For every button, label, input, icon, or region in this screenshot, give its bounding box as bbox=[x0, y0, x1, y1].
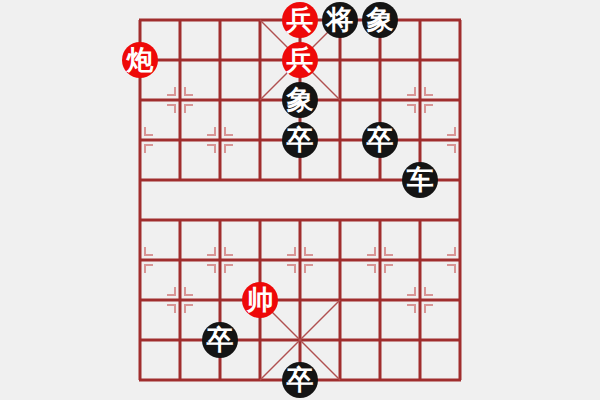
board-point: 象 bbox=[360, 0, 400, 40]
piece-black-chariot[interactable]: 车 bbox=[402, 162, 438, 198]
board-point: 卒 bbox=[360, 120, 400, 160]
board-point: 卒 bbox=[280, 360, 320, 400]
piece-black-elephant[interactable]: 象 bbox=[362, 2, 398, 38]
board-point: 卒 bbox=[280, 120, 320, 160]
xiangqi-board: 兵将象炮兵象卒卒车帅卒卒 bbox=[120, 0, 480, 400]
board-point: 卒 bbox=[200, 320, 240, 360]
board-point: 兵 bbox=[280, 40, 320, 80]
board-point: 帅 bbox=[240, 280, 280, 320]
piece-red-cannon[interactable]: 炮 bbox=[122, 42, 158, 78]
piece-black-general[interactable]: 将 bbox=[322, 2, 358, 38]
board-point: 象 bbox=[280, 80, 320, 120]
piece-black-soldier[interactable]: 卒 bbox=[282, 362, 318, 398]
piece-black-elephant[interactable]: 象 bbox=[282, 82, 318, 118]
board-point: 兵 bbox=[280, 0, 320, 40]
piece-red-soldier[interactable]: 兵 bbox=[282, 42, 318, 78]
piece-black-soldier[interactable]: 卒 bbox=[362, 122, 398, 158]
piece-black-soldier[interactable]: 卒 bbox=[202, 322, 238, 358]
piece-black-soldier[interactable]: 卒 bbox=[282, 122, 318, 158]
piece-red-soldier[interactable]: 兵 bbox=[282, 2, 318, 38]
xiangqi-diagram: 兵将象炮兵象卒卒车帅卒卒 bbox=[0, 0, 600, 400]
board-point: 炮 bbox=[120, 40, 160, 80]
board-point: 将 bbox=[320, 0, 360, 40]
board-point: 车 bbox=[400, 160, 440, 200]
piece-red-general[interactable]: 帅 bbox=[242, 282, 278, 318]
